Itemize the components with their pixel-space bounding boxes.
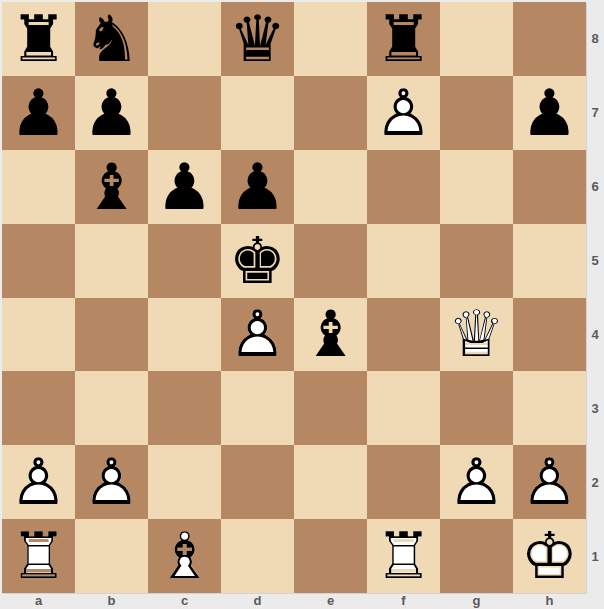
square-e7[interactable]: [294, 76, 367, 150]
white-pawn[interactable]: ♟♙: [513, 445, 586, 519]
square-b5[interactable]: [75, 224, 148, 298]
chess-app: ♜♞♛♜♟♟♟♙♟♝♟♟♚♟♙♝♛♕♟♙♟♙♟♙♟♙♜♖♝♗♜♖♚♔ 87654…: [0, 0, 604, 609]
square-d2[interactable]: [221, 445, 294, 519]
file-label-b: b: [75, 593, 148, 609]
rank-label-3: 3: [586, 371, 604, 445]
square-f7[interactable]: ♟♙: [367, 76, 440, 150]
square-g8[interactable]: [440, 2, 513, 76]
square-h6[interactable]: [513, 150, 586, 224]
square-h2[interactable]: ♟♙: [513, 445, 586, 519]
white-pawn[interactable]: ♟♙: [2, 445, 75, 519]
black-pawn[interactable]: ♟: [148, 150, 221, 224]
white-pawn[interactable]: ♟♙: [221, 298, 294, 372]
square-e4[interactable]: ♝: [294, 298, 367, 372]
rank-label-2: 2: [586, 445, 604, 519]
square-f6[interactable]: [367, 150, 440, 224]
square-b4[interactable]: [75, 298, 148, 372]
file-label-g: g: [440, 593, 513, 609]
chess-board: ♜♞♛♜♟♟♟♙♟♝♟♟♚♟♙♝♛♕♟♙♟♙♟♙♟♙♜♖♝♗♜♖♚♔: [2, 2, 586, 593]
square-d5[interactable]: ♚: [221, 224, 294, 298]
square-e1[interactable]: [294, 519, 367, 593]
white-rook[interactable]: ♜♖: [2, 519, 75, 593]
black-king[interactable]: ♚: [221, 224, 294, 298]
rank-label-1: 1: [586, 519, 604, 593]
square-c1[interactable]: ♝♗: [148, 519, 221, 593]
square-c7[interactable]: [148, 76, 221, 150]
square-d4[interactable]: ♟♙: [221, 298, 294, 372]
square-c5[interactable]: [148, 224, 221, 298]
black-bishop[interactable]: ♝: [75, 150, 148, 224]
square-b7[interactable]: ♟: [75, 76, 148, 150]
square-g5[interactable]: [440, 224, 513, 298]
file-label-f: f: [367, 593, 440, 609]
square-c4[interactable]: [148, 298, 221, 372]
square-a5[interactable]: [2, 224, 75, 298]
file-label-h: h: [513, 593, 586, 609]
square-f2[interactable]: [367, 445, 440, 519]
square-g7[interactable]: [440, 76, 513, 150]
square-b6[interactable]: ♝: [75, 150, 148, 224]
square-g6[interactable]: [440, 150, 513, 224]
square-h8[interactable]: [513, 2, 586, 76]
white-pawn[interactable]: ♟♙: [75, 445, 148, 519]
black-pawn[interactable]: ♟: [2, 76, 75, 150]
square-f5[interactable]: [367, 224, 440, 298]
square-a2[interactable]: ♟♙: [2, 445, 75, 519]
square-h7[interactable]: ♟: [513, 76, 586, 150]
square-g1[interactable]: [440, 519, 513, 593]
file-label-c: c: [148, 593, 221, 609]
square-g4[interactable]: ♛♕: [440, 298, 513, 372]
square-d8[interactable]: ♛: [221, 2, 294, 76]
white-pawn[interactable]: ♟♙: [367, 76, 440, 150]
white-pawn[interactable]: ♟♙: [440, 445, 513, 519]
square-e5[interactable]: [294, 224, 367, 298]
square-e6[interactable]: [294, 150, 367, 224]
square-g3[interactable]: [440, 371, 513, 445]
square-h1[interactable]: ♚♔: [513, 519, 586, 593]
black-rook[interactable]: ♜: [367, 2, 440, 76]
black-pawn[interactable]: ♟: [75, 76, 148, 150]
square-f4[interactable]: [367, 298, 440, 372]
rank-label-5: 5: [586, 224, 604, 298]
file-label-a: a: [2, 593, 75, 609]
square-h4[interactable]: [513, 298, 586, 372]
black-pawn[interactable]: ♟: [221, 150, 294, 224]
file-label-e: e: [294, 593, 367, 609]
square-c3[interactable]: [148, 371, 221, 445]
square-e8[interactable]: [294, 2, 367, 76]
square-f1[interactable]: ♜♖: [367, 519, 440, 593]
rank-coordinates: 87654321: [586, 2, 604, 593]
rank-label-6: 6: [586, 150, 604, 224]
square-b8[interactable]: ♞: [75, 2, 148, 76]
square-e3[interactable]: [294, 371, 367, 445]
square-e2[interactable]: [294, 445, 367, 519]
square-d3[interactable]: [221, 371, 294, 445]
square-g2[interactable]: ♟♙: [440, 445, 513, 519]
square-b2[interactable]: ♟♙: [75, 445, 148, 519]
black-queen[interactable]: ♛: [221, 2, 294, 76]
square-b3[interactable]: [75, 371, 148, 445]
square-c2[interactable]: [148, 445, 221, 519]
square-c6[interactable]: ♟: [148, 150, 221, 224]
square-f3[interactable]: [367, 371, 440, 445]
white-rook[interactable]: ♜♖: [367, 519, 440, 593]
white-queen[interactable]: ♛♕: [440, 298, 513, 372]
white-king[interactable]: ♚♔: [513, 519, 586, 593]
square-b1[interactable]: [75, 519, 148, 593]
rank-label-4: 4: [586, 298, 604, 372]
square-a1[interactable]: ♜♖: [2, 519, 75, 593]
black-bishop[interactable]: ♝: [294, 298, 367, 372]
rank-label-8: 8: [586, 2, 604, 76]
square-a6[interactable]: [2, 150, 75, 224]
square-a4[interactable]: [2, 298, 75, 372]
rank-label-7: 7: [586, 76, 604, 150]
square-d6[interactable]: ♟: [221, 150, 294, 224]
black-knight[interactable]: ♞: [75, 2, 148, 76]
square-h3[interactable]: [513, 371, 586, 445]
white-bishop[interactable]: ♝♗: [148, 519, 221, 593]
file-coordinates: abcdefgh: [2, 593, 586, 609]
square-a7[interactable]: ♟: [2, 76, 75, 150]
square-h5[interactable]: [513, 224, 586, 298]
file-label-d: d: [221, 593, 294, 609]
square-a8[interactable]: ♜: [2, 2, 75, 76]
square-f8[interactable]: ♜: [367, 2, 440, 76]
square-d7[interactable]: [221, 76, 294, 150]
black-pawn[interactable]: ♟: [513, 76, 586, 150]
black-rook[interactable]: ♜: [2, 2, 75, 76]
square-a3[interactable]: [2, 371, 75, 445]
square-d1[interactable]: [221, 519, 294, 593]
square-c8[interactable]: [148, 2, 221, 76]
